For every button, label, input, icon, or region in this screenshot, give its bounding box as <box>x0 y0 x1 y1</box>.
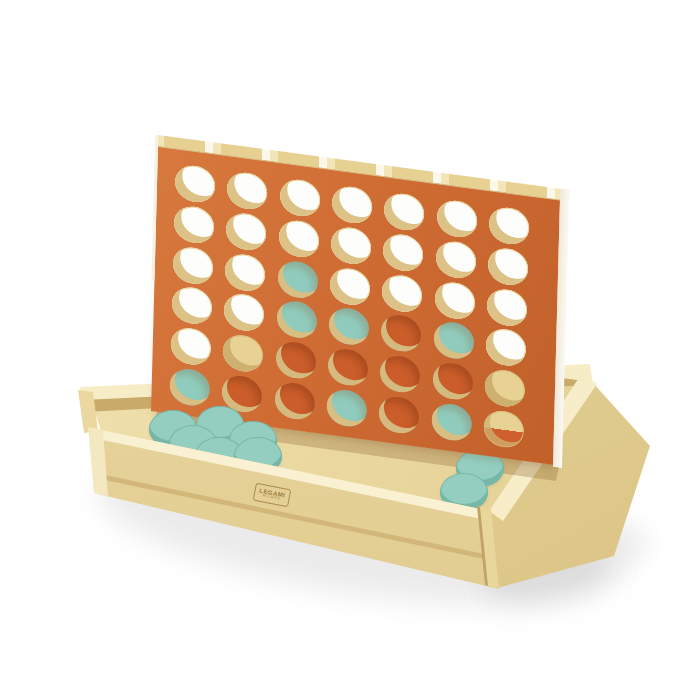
empty-hole <box>173 245 214 286</box>
empty-hole <box>331 225 372 266</box>
empty-hole <box>383 232 424 273</box>
board-cell-r3c7 <box>480 283 533 331</box>
board-cell-r4c5 <box>375 310 428 357</box>
board-cell-r1c7 <box>482 202 535 249</box>
orange-disc-half-dropped <box>483 408 524 449</box>
empty-hole <box>436 199 477 240</box>
empty-hole <box>485 327 526 368</box>
brand-stamp-subtext: MILANO <box>262 494 281 501</box>
board-cell-r4c3 <box>270 296 323 343</box>
board-cell-r1c2 <box>221 168 274 215</box>
board-cell-r6c3 <box>268 377 321 425</box>
orange-disc-in-hole <box>381 313 422 354</box>
orange-disc-in-hole <box>379 394 420 435</box>
teal-disc-in-hole <box>431 401 472 442</box>
empty-hole <box>171 326 212 367</box>
board-cell-r4c6 <box>427 317 480 364</box>
empty-hole <box>332 185 373 226</box>
empty-hole <box>279 178 320 219</box>
empty-hole <box>278 218 319 259</box>
board-cell-r6c7 <box>477 405 530 453</box>
board-cell-r5c5 <box>373 351 426 399</box>
empty-hole <box>435 239 476 280</box>
empty-hole <box>487 246 528 287</box>
board-cell-r2c5 <box>377 229 430 277</box>
board-cell-r2c3 <box>272 215 325 263</box>
board-cell-r6c4 <box>320 384 373 432</box>
board-cell-r4c2 <box>218 289 271 336</box>
empty-hole <box>484 368 525 409</box>
board-cell-r3c5 <box>376 270 429 318</box>
empty-hole <box>175 164 216 205</box>
board-cell-r5c2 <box>217 330 270 378</box>
empty-hole <box>486 287 527 328</box>
empty-hole <box>225 252 266 293</box>
empty-hole <box>224 292 265 333</box>
empty-hole <box>226 211 267 252</box>
empty-hole <box>434 280 475 321</box>
teal-disc-in-hole <box>326 387 367 428</box>
teal-disc-in-hole <box>169 366 210 407</box>
board-cell-r2c7 <box>481 243 534 291</box>
orange-disc-in-hole <box>274 380 315 421</box>
teal-disc-in-hole <box>328 306 369 347</box>
board-cell-r2c6 <box>429 236 482 284</box>
board-cell-r4c7 <box>479 324 532 371</box>
empty-hole <box>488 206 529 247</box>
teal-disc-in-hole <box>277 259 318 300</box>
board-cell-r6c6 <box>425 398 478 446</box>
empty-hole <box>382 273 423 314</box>
empty-hole <box>223 333 264 374</box>
teal-disc-in-hole <box>433 320 474 361</box>
board-cell-r4c1 <box>165 282 218 329</box>
board-cell-r3c3 <box>271 256 324 304</box>
board-cell-r1c4 <box>325 181 378 228</box>
board-cell-r2c2 <box>220 208 273 256</box>
board-cell-r1c1 <box>169 161 222 208</box>
board-cell-r1c5 <box>378 188 431 235</box>
board-cell-r6c5 <box>372 391 425 439</box>
orange-disc-in-hole <box>275 340 316 381</box>
empty-hole <box>330 266 371 307</box>
board-cell-r5c3 <box>269 337 322 385</box>
empty-hole <box>174 204 215 245</box>
board-cell-r5c4 <box>321 344 374 392</box>
board-cell-r1c3 <box>273 175 326 222</box>
orange-disc-in-hole <box>432 361 473 402</box>
board-cell-r3c1 <box>166 242 219 290</box>
board-cell-r3c4 <box>323 263 376 311</box>
board-cell-r5c7 <box>478 365 531 413</box>
orange-disc-in-hole <box>327 347 368 388</box>
board-cell-r5c6 <box>426 358 479 406</box>
board-cell-r1c6 <box>430 195 483 242</box>
board-cell-r2c4 <box>324 222 377 270</box>
board-cell-r5c1 <box>164 323 217 371</box>
board-cell-r3c6 <box>428 276 481 324</box>
board-cell-r3c2 <box>219 249 272 297</box>
board-cell-r6c1 <box>163 363 216 411</box>
empty-hole <box>227 171 268 212</box>
stage: LEGAMI MILANO <box>0 0 700 700</box>
teal-disc-in-hole <box>276 299 317 340</box>
board-cell-r2c1 <box>168 201 221 249</box>
board-cell-r4c4 <box>322 303 375 350</box>
empty-hole <box>172 285 213 326</box>
orange-disc-in-hole <box>380 354 421 395</box>
empty-hole <box>384 192 425 233</box>
